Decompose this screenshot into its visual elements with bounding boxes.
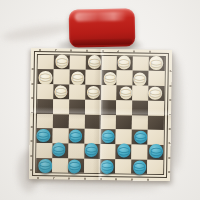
white-piece[interactable]: ⛀ [88,55,102,69]
square-r3c4[interactable]: ⛀ [85,85,101,100]
photo-scene: ⛀⛀⛀⛀⛀⛀⛀⛀⛀⛀⛀⛀⛀⛀⛀⛀⛀⛀⛀⛀⛀⛀⛀⛀ [0,0,200,200]
white-piece[interactable]: ⛀ [119,86,133,100]
blue-piece[interactable]: ⛀ [134,130,148,144]
blue-piece[interactable]: ⛀ [101,130,115,144]
board-inner-frame: ⛀⛀⛀⛀⛀⛀⛀⛀⛀⛀⛀⛀⛀⛀⛀⛀⛀⛀⛀⛀⛀⛀⛀⛀ [35,54,166,175]
red-piece-box [69,8,136,47]
square-r8c5[interactable]: ⛀ [100,159,116,174]
square-r6c1[interactable]: ⛀ [36,128,52,143]
cloth-wrinkle-shadow [40,182,160,192]
square-r3c7[interactable] [133,86,149,101]
blue-piece[interactable]: ⛀ [68,159,82,173]
white-piece[interactable]: ⛀ [87,86,101,100]
square-r4c8[interactable] [148,101,164,116]
cloth-wrinkle-shadow [170,58,182,170]
blue-piece[interactable]: ⛀ [38,159,52,173]
white-piece[interactable]: ⛀ [71,71,85,85]
blue-piece[interactable]: ⛀ [117,144,131,158]
blue-piece[interactable]: ⛀ [36,129,50,143]
blue-piece[interactable]: ⛀ [133,160,147,174]
square-r1c2[interactable]: ⛀ [53,55,69,70]
square-r3c6[interactable]: ⛀ [117,85,133,100]
square-r4c2[interactable] [53,99,69,114]
square-r5c6[interactable] [116,115,132,130]
white-piece[interactable]: ⛀ [103,72,117,86]
square-r3c3[interactable] [69,85,85,100]
white-piece[interactable]: ⛀ [133,72,147,86]
square-r4c4[interactable] [85,100,101,115]
square-r5c8[interactable] [148,115,164,130]
square-r4c5[interactable] [101,100,117,115]
white-piece[interactable]: ⛀ [150,56,164,70]
blue-piece[interactable]: ⛀ [69,129,83,143]
square-r5c4[interactable] [84,114,100,129]
square-r6c5[interactable]: ⛀ [100,129,116,144]
board-frame: ⛀⛀⛀⛀⛀⛀⛀⛀⛀⛀⛀⛀⛀⛀⛀⛀⛀⛀⛀⛀⛀⛀⛀⛀ [32,51,169,178]
square-r4c7[interactable] [132,100,148,115]
blue-piece[interactable]: ⛀ [52,143,66,157]
square-r3c8[interactable]: ⛀ [148,86,164,101]
square-r4c3[interactable] [69,99,85,114]
white-piece[interactable]: ⛀ [55,55,69,69]
square-r1c4[interactable]: ⛀ [85,56,101,71]
square-r2c7[interactable]: ⛀ [133,71,149,86]
blue-piece[interactable]: ⛀ [149,144,163,158]
box-lid-edge [72,38,132,45]
white-piece[interactable]: ⛀ [54,85,68,99]
square-r1c6[interactable]: ⛀ [117,56,133,71]
box-gloss-highlight [75,11,127,21]
white-piece[interactable]: ⛀ [149,86,163,100]
square-r4c1[interactable] [37,99,53,114]
white-piece[interactable]: ⛀ [117,56,131,70]
square-r8c2[interactable] [52,158,68,173]
checkers-board-paper: ⛀⛀⛀⛀⛀⛀⛀⛀⛀⛀⛀⛀⛀⛀⛀⛀⛀⛀⛀⛀⛀⛀⛀⛀ [29,48,172,181]
square-r8c3[interactable]: ⛀ [68,158,84,173]
blue-piece[interactable]: ⛀ [100,160,114,174]
square-r8c1[interactable]: ⛀ [36,158,52,173]
square-r3c5[interactable] [101,85,117,100]
square-r8c7[interactable]: ⛀ [131,159,147,174]
square-r7c6[interactable]: ⛀ [116,144,132,159]
square-r5c2[interactable] [52,114,68,129]
square-r8c6[interactable] [115,159,131,174]
board-grid: ⛀⛀⛀⛀⛀⛀⛀⛀⛀⛀⛀⛀⛀⛀⛀⛀⛀⛀⛀⛀⛀⛀⛀⛀ [36,55,165,174]
square-r6c3[interactable]: ⛀ [68,129,84,144]
cloth-wrinkle-shadow [1,21,72,44]
square-r6c7[interactable]: ⛀ [132,130,148,145]
square-r8c8[interactable] [147,159,163,174]
square-r7c8[interactable]: ⛀ [148,145,164,160]
square-r3c1[interactable] [37,84,53,99]
white-piece[interactable]: ⛀ [38,71,52,85]
square-r1c8[interactable]: ⛀ [149,57,165,72]
square-r2c5[interactable]: ⛀ [101,70,117,85]
square-r2c3[interactable]: ⛀ [69,70,85,85]
square-r3c2[interactable]: ⛀ [53,84,69,99]
blue-piece[interactable]: ⛀ [85,143,99,157]
square-r7c2[interactable]: ⛀ [52,143,68,158]
square-r2c1[interactable]: ⛀ [37,69,53,84]
square-r7c4[interactable]: ⛀ [84,144,100,159]
square-r8c4[interactable] [84,158,100,173]
square-r4c6[interactable] [116,100,132,115]
